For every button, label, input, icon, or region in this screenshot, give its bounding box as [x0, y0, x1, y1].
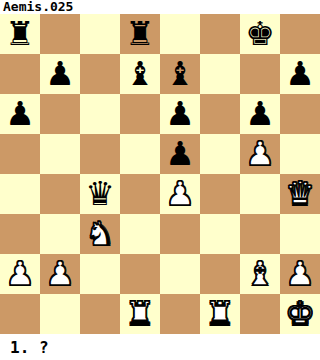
square-f2[interactable]	[200, 254, 240, 294]
black-king: ♚	[245, 14, 275, 54]
square-b4[interactable]	[40, 174, 80, 214]
square-e4[interactable]: ♟	[160, 174, 200, 214]
square-f6[interactable]	[200, 94, 240, 134]
square-d5[interactable]	[120, 134, 160, 174]
black-bishop: ♝	[165, 54, 195, 94]
white-rook: ♜	[205, 294, 235, 334]
square-f7[interactable]	[200, 54, 240, 94]
square-b7[interactable]: ♟	[40, 54, 80, 94]
square-h2[interactable]: ♟	[280, 254, 320, 294]
square-h6[interactable]	[280, 94, 320, 134]
square-a1[interactable]	[0, 294, 40, 334]
white-pawn: ♟	[5, 254, 35, 294]
square-c6[interactable]	[80, 94, 120, 134]
square-c2[interactable]	[80, 254, 120, 294]
square-h7[interactable]: ♟	[280, 54, 320, 94]
square-b6[interactable]	[40, 94, 80, 134]
square-c4[interactable]: ♛	[80, 174, 120, 214]
square-d8[interactable]: ♜	[120, 14, 160, 54]
square-a7[interactable]	[0, 54, 40, 94]
square-e8[interactable]	[160, 14, 200, 54]
position-title: Aemis.025	[0, 0, 320, 14]
square-d1[interactable]: ♜	[120, 294, 160, 334]
square-g5[interactable]: ♟	[240, 134, 280, 174]
black-pawn: ♟	[245, 94, 275, 134]
white-pawn: ♟	[245, 134, 275, 174]
white-pawn: ♟	[45, 254, 75, 294]
square-b2[interactable]: ♟	[40, 254, 80, 294]
square-d2[interactable]	[120, 254, 160, 294]
black-pawn: ♟	[45, 54, 75, 94]
white-bishop: ♝	[245, 254, 275, 294]
square-b8[interactable]	[40, 14, 80, 54]
square-c8[interactable]	[80, 14, 120, 54]
square-a3[interactable]	[0, 214, 40, 254]
square-h5[interactable]	[280, 134, 320, 174]
black-rook: ♜	[125, 14, 155, 54]
black-queen: ♛	[85, 174, 115, 214]
square-h1[interactable]: ♚	[280, 294, 320, 334]
square-h4[interactable]: ♛	[280, 174, 320, 214]
square-f4[interactable]	[200, 174, 240, 214]
white-knight: ♞	[85, 214, 115, 254]
square-g8[interactable]: ♚	[240, 14, 280, 54]
square-f5[interactable]	[200, 134, 240, 174]
black-bishop: ♝	[125, 54, 155, 94]
square-b3[interactable]	[40, 214, 80, 254]
square-e3[interactable]	[160, 214, 200, 254]
move-prompt: 1. ?	[0, 334, 320, 360]
square-e1[interactable]	[160, 294, 200, 334]
square-e7[interactable]: ♝	[160, 54, 200, 94]
square-d6[interactable]	[120, 94, 160, 134]
square-g6[interactable]: ♟	[240, 94, 280, 134]
square-h3[interactable]	[280, 214, 320, 254]
black-pawn: ♟	[165, 134, 195, 174]
square-g7[interactable]	[240, 54, 280, 94]
square-c5[interactable]	[80, 134, 120, 174]
square-a4[interactable]	[0, 174, 40, 214]
square-b5[interactable]	[40, 134, 80, 174]
black-pawn: ♟	[165, 94, 195, 134]
square-f3[interactable]	[200, 214, 240, 254]
white-queen: ♛	[285, 174, 315, 214]
square-a5[interactable]	[0, 134, 40, 174]
square-d7[interactable]: ♝	[120, 54, 160, 94]
white-king: ♚	[285, 294, 315, 334]
square-g1[interactable]	[240, 294, 280, 334]
white-rook: ♜	[125, 294, 155, 334]
square-a8[interactable]: ♜	[0, 14, 40, 54]
black-pawn: ♟	[285, 54, 315, 94]
square-e2[interactable]	[160, 254, 200, 294]
square-d4[interactable]	[120, 174, 160, 214]
square-c3[interactable]: ♞	[80, 214, 120, 254]
square-a2[interactable]: ♟	[0, 254, 40, 294]
square-d3[interactable]	[120, 214, 160, 254]
square-h8[interactable]	[280, 14, 320, 54]
square-c1[interactable]	[80, 294, 120, 334]
black-rook: ♜	[5, 14, 35, 54]
square-e5[interactable]: ♟	[160, 134, 200, 174]
square-f8[interactable]	[200, 14, 240, 54]
square-f1[interactable]: ♜	[200, 294, 240, 334]
square-b1[interactable]	[40, 294, 80, 334]
square-e6[interactable]: ♟	[160, 94, 200, 134]
square-c7[interactable]	[80, 54, 120, 94]
square-g2[interactable]: ♝	[240, 254, 280, 294]
square-a6[interactable]: ♟	[0, 94, 40, 134]
white-pawn: ♟	[165, 174, 195, 214]
square-g3[interactable]	[240, 214, 280, 254]
chess-board: ♜♜♚♟♝♝♟♟♟♟♟♟♛♟♛♞♟♟♝♟♜♜♚	[0, 14, 320, 334]
black-pawn: ♟	[5, 94, 35, 134]
white-pawn: ♟	[285, 254, 315, 294]
square-g4[interactable]	[240, 174, 280, 214]
